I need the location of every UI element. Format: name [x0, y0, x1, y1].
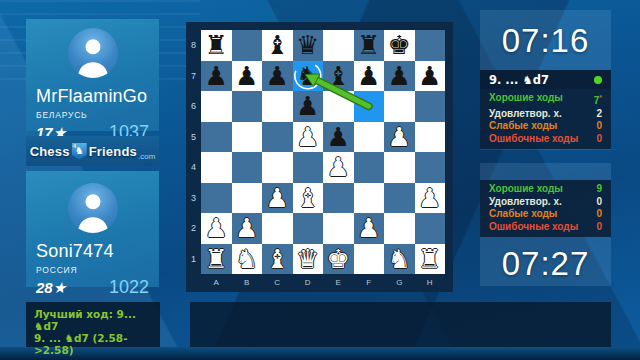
stat-label: Ошибочные ходы [489, 133, 578, 146]
stat-row: Ошибочные ходы 0 [489, 221, 602, 234]
piece-black-rook: ♜ [201, 30, 232, 61]
rank-label: 4 [186, 152, 201, 183]
avatar[interactable] [68, 28, 118, 78]
square-d7[interactable]: ♞ [293, 61, 324, 92]
square-f5[interactable] [354, 122, 385, 153]
person-icon [68, 183, 118, 233]
logo-text-com: .com [138, 152, 155, 166]
logo-shield-knight-icon: 4 ♞ [72, 143, 87, 160]
player-name: MrFlaaminGo [26, 86, 159, 107]
square-h8[interactable] [415, 30, 446, 61]
player-country: РОССИЯ [26, 265, 159, 275]
piece-white-pawn: ♟ [262, 183, 293, 214]
piece-white-pawn: ♟ [201, 213, 232, 244]
piece-black-pawn: ♟ [323, 122, 354, 153]
square-d2[interactable] [293, 213, 324, 244]
app-window: MrFlaaminGo БЕЛАРУСЬ 17★ 1037 Chess 4 ♞ … [0, 0, 640, 360]
stat-value: 9 [596, 183, 602, 196]
logo-text-friends: Friends [89, 144, 137, 159]
stat-row: Слабые ходы 0 [489, 120, 602, 133]
square-d3[interactable]: ♝ [293, 183, 324, 214]
piece-white-pawn: ♟ [415, 183, 446, 214]
square-h1[interactable]: ♜ [415, 244, 446, 275]
player-card-white: Soni7474 РОССИЯ 28★ 1022 [26, 171, 159, 287]
square-e5[interactable]: ♟ [323, 122, 354, 153]
square-e7[interactable]: ♝ [323, 61, 354, 92]
square-e3[interactable] [323, 183, 354, 214]
rank-label: 8 [186, 30, 201, 61]
piece-white-pawn: ♟ [293, 122, 324, 153]
stat-label: Слабые ходы [489, 120, 557, 133]
square-d6[interactable]: ♟ [293, 91, 324, 122]
stat-label: Хорошие ходы [489, 183, 563, 196]
stat-label: Хорошие ходы [489, 92, 563, 108]
square-f3[interactable] [354, 183, 385, 214]
piece-black-queen: ♛ [293, 30, 324, 61]
piece-black-bishop: ♝ [262, 30, 293, 61]
square-f1[interactable] [354, 244, 385, 275]
player-country: БЕЛАРУСЬ [26, 110, 159, 120]
stat-value: 0 [596, 221, 602, 234]
rank-label: 5 [186, 122, 201, 153]
square-g2[interactable] [384, 213, 415, 244]
best-move-panel: Лучший ход: 9... ♞d7 9. ... ♞d7 (2.58->2… [26, 302, 160, 347]
square-h7[interactable]: ♟ [415, 61, 446, 92]
clock-black: 07:16 [480, 10, 611, 70]
square-f4[interactable] [354, 152, 385, 183]
player-card-black: MrFlaaminGo БЕЛАРУСЬ 17★ 1037 [26, 19, 159, 131]
stat-label: Слабые ходы [489, 208, 557, 221]
square-a1[interactable]: ♜ [201, 244, 232, 275]
square-b5[interactable] [232, 122, 263, 153]
square-g3[interactable] [384, 183, 415, 214]
file-label: B [232, 276, 263, 290]
stat-row: Хорошие ходы 7* [489, 92, 602, 108]
square-b2[interactable]: ♟ [232, 213, 263, 244]
square-c6[interactable] [262, 91, 293, 122]
square-c7[interactable]: ♟ [262, 61, 293, 92]
piece-black-rook: ♜ [354, 30, 385, 61]
rank-labels: 8 7 6 5 4 3 2 1 [186, 30, 201, 274]
chess-board[interactable]: ♜♝♛♜♚♟♟♟♞♝♟♟♟♟♟♟♟♟♟♝♟♟♟♟♜♞♝♛♚♞♜ [201, 30, 445, 274]
knight-icon: ♞ [75, 146, 84, 156]
last-move-row: 9. ... ♞d7 [480, 70, 611, 89]
square-c8[interactable]: ♝ [262, 30, 293, 61]
stat-label: Удовлетвор. х. [489, 108, 562, 121]
square-f8[interactable]: ♜ [354, 30, 385, 61]
square-f2[interactable]: ♟ [354, 213, 385, 244]
file-labels: A B C D E F G H [201, 276, 445, 290]
piece-white-pawn: ♟ [232, 213, 263, 244]
square-f7[interactable]: ♟ [354, 61, 385, 92]
piece-white-pawn: ♟ [354, 213, 385, 244]
person-icon [68, 28, 118, 78]
move-list-panel [190, 302, 611, 347]
stat-row: Удовлетвор. х. 0 [489, 196, 602, 209]
stat-value: 0 [596, 120, 602, 133]
square-e2[interactable] [323, 213, 354, 244]
rank-label: 2 [186, 213, 201, 244]
square-a8[interactable]: ♜ [201, 30, 232, 61]
piece-black-pawn: ♟ [262, 61, 293, 92]
square-g6[interactable] [384, 91, 415, 122]
played-move-line: 9. ... ♞d7 (2.58->2.58) [34, 332, 152, 356]
square-f6[interactable] [354, 91, 385, 122]
file-label: H [415, 276, 446, 290]
piece-white-bishop: ♝ [262, 244, 293, 275]
piece-black-king: ♚ [384, 30, 415, 61]
rank-label: 1 [186, 244, 201, 275]
site-logo[interactable]: Chess 4 ♞ Friends .com [26, 136, 159, 166]
stat-value: 7* [594, 92, 602, 108]
square-b4[interactable] [232, 152, 263, 183]
piece-white-bishop: ♝ [293, 183, 324, 214]
square-g7[interactable]: ♟ [384, 61, 415, 92]
square-c1[interactable]: ♝ [262, 244, 293, 275]
square-a7[interactable]: ♟ [201, 61, 232, 92]
player-stars: 28★ [36, 279, 66, 297]
square-g5[interactable]: ♟ [384, 122, 415, 153]
square-c4[interactable] [262, 152, 293, 183]
square-e1[interactable]: ♚ [323, 244, 354, 275]
stat-row: Удовлетвор. х. 2 [489, 108, 602, 121]
piece-black-pawn: ♟ [201, 61, 232, 92]
square-g4[interactable] [384, 152, 415, 183]
move-quality-stats-black: Хорошие ходы 7* Удовлетвор. х. 2 Слабые … [480, 89, 611, 149]
stat-label: Ошибочные ходы [489, 221, 578, 234]
piece-black-pawn: ♟ [354, 61, 385, 92]
piece-white-pawn: ♟ [323, 152, 354, 183]
square-e4[interactable]: ♟ [323, 152, 354, 183]
square-c5[interactable] [262, 122, 293, 153]
square-b7[interactable]: ♟ [232, 61, 263, 92]
square-h4[interactable] [415, 152, 446, 183]
logo-digit: 4 [73, 143, 76, 149]
stat-value: 2 [596, 108, 602, 121]
stat-value: 0 [596, 133, 602, 146]
clock-white: 07:27 [480, 241, 611, 285]
file-label: D [293, 276, 324, 290]
rank-label: 6 [186, 91, 201, 122]
square-d8[interactable]: ♛ [293, 30, 324, 61]
piece-white-knight: ♞ [232, 244, 263, 275]
piece-black-pawn: ♟ [293, 91, 324, 122]
piece-black-pawn: ♟ [232, 61, 263, 92]
square-h3[interactable]: ♟ [415, 183, 446, 214]
square-d4[interactable] [293, 152, 324, 183]
turn-indicator-dot [594, 76, 602, 84]
stat-value: 0 [596, 196, 602, 209]
piece-black-pawn: ♟ [415, 61, 446, 92]
piece-white-pawn: ♟ [384, 122, 415, 153]
square-d1[interactable]: ♛ [293, 244, 324, 275]
piece-white-queen: ♛ [293, 244, 324, 275]
square-b3[interactable] [232, 183, 263, 214]
square-d5[interactable]: ♟ [293, 122, 324, 153]
white-info-panel: Хорошие ходы 9 Удовлетвор. х. 0 Слабые х… [480, 163, 611, 286]
square-b8[interactable] [232, 30, 263, 61]
last-move-label: 9. ... ♞d7 [489, 73, 549, 87]
square-g1[interactable]: ♞ [384, 244, 415, 275]
file-label: G [384, 276, 415, 290]
stat-value: 0 [596, 208, 602, 221]
square-b6[interactable] [232, 91, 263, 122]
piece-black-pawn: ♟ [384, 61, 415, 92]
square-e6[interactable] [323, 91, 354, 122]
avatar[interactable] [68, 183, 118, 233]
piece-black-knight: ♞ [293, 61, 324, 92]
stat-row: Ошибочные ходы 0 [489, 133, 602, 146]
piece-white-rook: ♜ [201, 244, 232, 275]
square-b1[interactable]: ♞ [232, 244, 263, 275]
rank-label: 3 [186, 183, 201, 214]
piece-white-king: ♚ [323, 244, 354, 275]
square-a4[interactable] [201, 152, 232, 183]
square-a5[interactable] [201, 122, 232, 153]
piece-white-rook: ♜ [415, 244, 446, 275]
square-e8[interactable] [323, 30, 354, 61]
square-a3[interactable] [201, 183, 232, 214]
rank-label: 7 [186, 61, 201, 92]
black-info-panel: 07:16 9. ... ♞d7 Хорошие ходы 7* Удовлет… [480, 10, 611, 150]
square-h6[interactable] [415, 91, 446, 122]
stat-row: Слабые ходы 0 [489, 208, 602, 221]
chess-board-panel: 8 7 6 5 4 3 2 1 ♜♝♛♜♚♟♟♟♞♝♟♟♟♟♟♟♟♟♟♝♟♟♟♟… [186, 22, 453, 292]
file-label: C [262, 276, 293, 290]
move-quality-stats-white: Хорошие ходы 9 Удовлетвор. х. 0 Слабые х… [480, 180, 611, 237]
piece-white-knight: ♞ [384, 244, 415, 275]
square-g8[interactable]: ♚ [384, 30, 415, 61]
file-label: F [354, 276, 385, 290]
stat-label: Удовлетвор. х. [489, 196, 562, 209]
player-name: Soni7474 [26, 241, 159, 262]
square-h5[interactable] [415, 122, 446, 153]
piece-black-bishop: ♝ [323, 61, 354, 92]
file-label: A [201, 276, 232, 290]
logo-text-chess: Chess [30, 144, 70, 159]
square-c2[interactable] [262, 213, 293, 244]
square-a2[interactable]: ♟ [201, 213, 232, 244]
square-h2[interactable] [415, 213, 446, 244]
square-c3[interactable]: ♟ [262, 183, 293, 214]
stat-row: Хорошие ходы 9 [489, 183, 602, 196]
square-a6[interactable] [201, 91, 232, 122]
best-move-line: Лучший ход: 9... ♞d7 [34, 308, 152, 332]
player-rating: 1022 [109, 277, 149, 298]
file-label: E [323, 276, 354, 290]
